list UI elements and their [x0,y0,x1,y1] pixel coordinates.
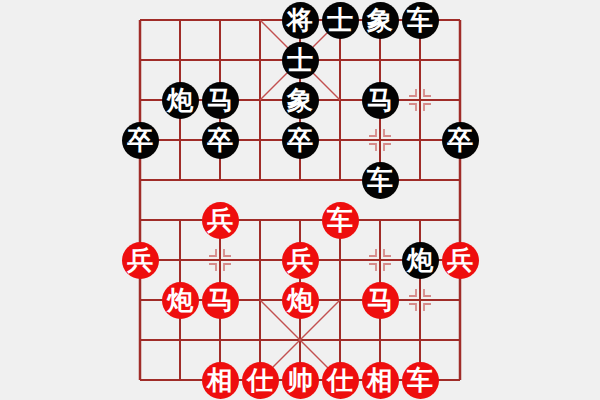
piece-black-horse[interactable]: 马 [202,82,239,119]
piece-red-horse[interactable]: 马 [202,282,239,319]
piece-black-soldier[interactable]: 卒 [202,122,239,159]
piece-black-soldier[interactable]: 卒 [442,122,479,159]
piece-black-cannon[interactable]: 炮 [162,82,199,119]
xiangqi-app: 将士象车士炮马象马卒卒卒卒车兵车兵兵炮兵炮马炮马相仕帅仕相车 [0,0,600,400]
piece-black-cannon[interactable]: 炮 [402,242,439,279]
piece-black-soldier[interactable]: 卒 [122,122,159,159]
piece-red-cannon[interactable]: 炮 [282,282,319,319]
piece-red-soldier[interactable]: 兵 [202,202,239,239]
piece-black-chariot[interactable]: 车 [362,162,399,199]
piece-red-elephant[interactable]: 相 [202,362,239,399]
piece-red-soldier[interactable]: 兵 [282,242,319,279]
piece-red-cannon[interactable]: 炮 [162,282,199,319]
piece-black-elephant[interactable]: 象 [362,2,399,39]
piece-black-chariot[interactable]: 车 [402,2,439,39]
piece-black-advisor[interactable]: 士 [322,2,359,39]
piece-red-advisor[interactable]: 仕 [242,362,279,399]
piece-red-soldier[interactable]: 兵 [122,242,159,279]
piece-red-chariot[interactable]: 车 [402,362,439,399]
piece-black-general[interactable]: 将 [282,2,319,39]
piece-red-elephant[interactable]: 相 [362,362,399,399]
piece-red-soldier[interactable]: 兵 [442,242,479,279]
piece-black-elephant[interactable]: 象 [282,82,319,119]
piece-red-chariot[interactable]: 车 [322,202,359,239]
piece-red-general[interactable]: 帅 [282,362,319,399]
piece-red-advisor[interactable]: 仕 [322,362,359,399]
xiangqi-board[interactable]: 将士象车士炮马象马卒卒卒卒车兵车兵兵炮兵炮马炮马相仕帅仕相车 [120,0,480,400]
piece-red-horse[interactable]: 马 [362,282,399,319]
piece-black-advisor[interactable]: 士 [282,42,319,79]
piece-black-horse[interactable]: 马 [362,82,399,119]
piece-black-soldier[interactable]: 卒 [282,122,319,159]
